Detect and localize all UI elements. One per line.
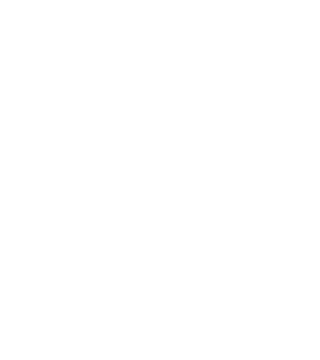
- move-prompt: [0, 340, 320, 360]
- window-title: [0, 0, 320, 20]
- chess-board: [0, 20, 320, 340]
